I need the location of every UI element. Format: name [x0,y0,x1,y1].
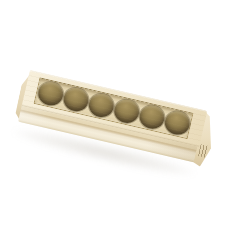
pit-6[interactable] [162,109,192,137]
product-photo [0,0,225,225]
wood-grain-ticks [198,144,208,157]
pit-cell-6 [161,108,192,138]
